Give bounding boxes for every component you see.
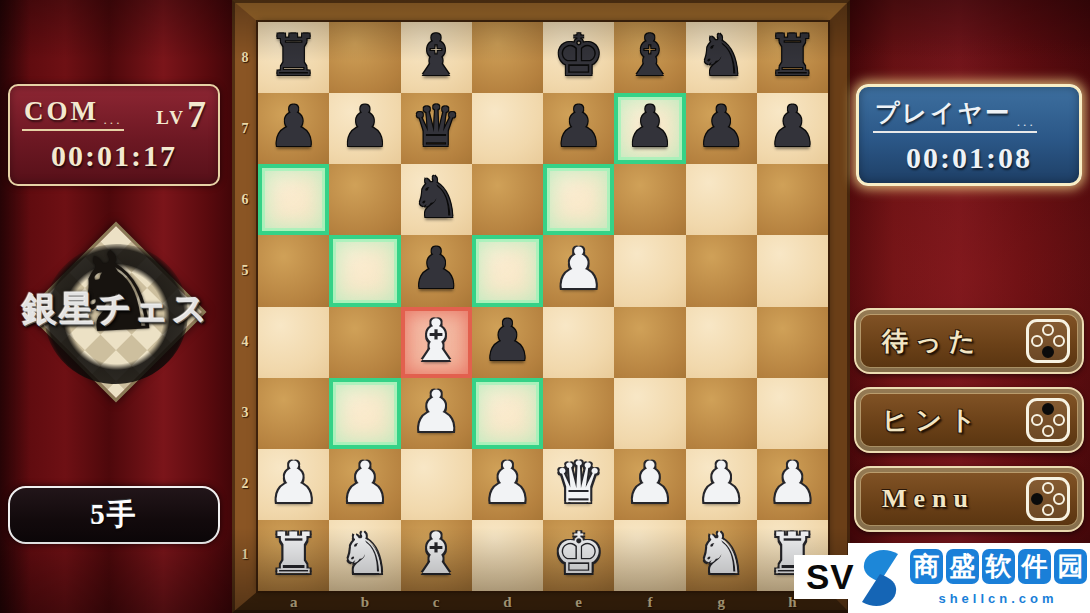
player-info-panel: プレイヤー ··· 00:01:08 (856, 84, 1082, 186)
com-info-panel: COM ··· LV 7 00:01:17 (8, 84, 220, 186)
board-grid: ♜♝♚♝♞♜♟♟♛♟♟♟♟♞♟♟♝♟♟♟♟♟♛♟♟♟♜♞♝♚♞♜ (258, 22, 828, 591)
com-clock: 00:01:17 (22, 139, 206, 173)
piece-black-pawn[interactable]: ♟ (339, 98, 390, 155)
piece-black-knight[interactable]: ♞ (696, 27, 747, 84)
player-clock: 00:01:08 (873, 141, 1065, 175)
rank-labels: 87654321 (232, 22, 258, 591)
gamepad-dot-top (1042, 324, 1054, 336)
square-a5[interactable] (258, 235, 329, 306)
watermark-site-domain: shellcn.com (908, 591, 1088, 606)
takeback-button[interactable]: 待った (854, 308, 1084, 374)
player-name: プレイヤー (875, 97, 1012, 129)
square-a3[interactable] (258, 378, 329, 449)
rank-label: 3 (232, 378, 258, 449)
button-label: Menu (882, 484, 975, 514)
square-c2[interactable] (401, 449, 472, 520)
file-label: f (614, 591, 685, 613)
square-c1[interactable]: ♝ (401, 520, 472, 591)
com-name: COM (24, 96, 99, 127)
watermark-seal-char: 件 (1018, 549, 1051, 584)
square-b8[interactable] (329, 22, 400, 93)
square-g6[interactable] (686, 164, 757, 235)
gamepad-dot-top (1042, 482, 1054, 494)
square-d4[interactable]: ♟ (472, 307, 543, 378)
square-g3[interactable] (686, 378, 757, 449)
square-d2[interactable]: ♟ (472, 449, 543, 520)
square-g1[interactable]: ♞ (686, 520, 757, 591)
watermark-seal-char: 商 (910, 549, 943, 584)
rank-label: 1 (232, 520, 258, 591)
menu-button[interactable]: Menu (854, 466, 1084, 532)
piece-black-pawn[interactable]: ♟ (268, 98, 319, 155)
square-f3[interactable] (614, 378, 685, 449)
piece-white-rook[interactable]: ♜ (268, 525, 319, 582)
file-label: d (472, 591, 543, 613)
file-label: g (686, 591, 757, 613)
square-d5[interactable] (472, 235, 543, 306)
square-c7[interactable]: ♛ (401, 93, 472, 164)
gamepad-dot-bottom (1042, 346, 1054, 358)
button-label: 待った (882, 324, 982, 359)
com-level-label: LV (156, 107, 185, 129)
watermark-seal-char: 园 (1054, 549, 1087, 584)
game-screen: COM ··· LV 7 00:01:17 ♞ 銀星チェス 5手 8765432… (0, 0, 1090, 613)
rank-label: 5 (232, 235, 258, 306)
square-b2[interactable]: ♟ (329, 449, 400, 520)
square-f6[interactable] (614, 164, 685, 235)
watermark-corner-text: SV (794, 557, 855, 597)
piece-black-pawn[interactable]: ♟ (624, 98, 675, 155)
piece-black-pawn[interactable]: ♟ (482, 312, 533, 369)
square-c5[interactable]: ♟ (401, 235, 472, 306)
square-h6[interactable] (757, 164, 828, 235)
gamepad-face-button-top-icon (1026, 398, 1070, 442)
square-a1[interactable]: ♜ (258, 520, 329, 591)
square-g4[interactable] (686, 307, 757, 378)
square-g2[interactable]: ♟ (686, 449, 757, 520)
square-e6[interactable] (543, 164, 614, 235)
square-d6[interactable] (472, 164, 543, 235)
square-g8[interactable]: ♞ (686, 22, 757, 93)
square-c4[interactable]: ♝ (401, 307, 472, 378)
square-f5[interactable] (614, 235, 685, 306)
square-e1[interactable]: ♚ (543, 520, 614, 591)
move-counter: 5手 (90, 495, 138, 535)
gamepad-dot-right (1053, 493, 1065, 505)
piece-white-pawn[interactable]: ♟ (624, 454, 675, 511)
shengsheng-s-logo-icon (854, 545, 906, 611)
square-h4[interactable] (757, 307, 828, 378)
piece-white-pawn[interactable]: ♟ (696, 454, 747, 511)
square-d7[interactable] (472, 93, 543, 164)
underline-dots: ··· (103, 115, 122, 131)
file-label: a (258, 591, 329, 613)
gamepad-dot-bottom (1042, 504, 1054, 516)
piece-black-pawn[interactable]: ♟ (553, 98, 604, 155)
square-e5[interactable]: ♟ (543, 235, 614, 306)
square-c8[interactable]: ♝ (401, 22, 472, 93)
piece-black-king[interactable]: ♚ (553, 27, 604, 84)
piece-white-bishop[interactable]: ♝ (411, 525, 462, 582)
rank-label: 4 (232, 307, 258, 378)
button-label: ヒント (882, 403, 983, 438)
square-a7[interactable]: ♟ (258, 93, 329, 164)
square-d3[interactable] (472, 378, 543, 449)
square-e8[interactable]: ♚ (543, 22, 614, 93)
move-counter-panel: 5手 (8, 486, 220, 544)
gamepad-face-button-bottom-icon (1026, 319, 1070, 363)
file-labels: abcdefgh (258, 591, 828, 613)
gamepad-dot-top (1042, 403, 1054, 415)
gamepad-dot-left (1031, 414, 1043, 426)
square-e2[interactable]: ♛ (543, 449, 614, 520)
square-a2[interactable]: ♟ (258, 449, 329, 520)
square-h7[interactable]: ♟ (757, 93, 828, 164)
square-e4[interactable] (543, 307, 614, 378)
square-a4[interactable] (258, 307, 329, 378)
piece-white-pawn[interactable]: ♟ (767, 454, 818, 511)
piece-black-rook[interactable]: ♜ (767, 27, 818, 84)
piece-black-bishop[interactable]: ♝ (411, 27, 462, 84)
file-label: e (543, 591, 614, 613)
piece-white-pawn[interactable]: ♟ (268, 454, 319, 511)
square-b3[interactable] (329, 378, 400, 449)
square-e3[interactable] (543, 378, 614, 449)
com-level-value: 7 (187, 99, 206, 129)
piece-black-pawn[interactable]: ♟ (696, 98, 747, 155)
square-b7[interactable]: ♟ (329, 93, 400, 164)
square-d8[interactable] (472, 22, 543, 93)
gamepad-dot-left (1031, 335, 1043, 347)
rank-label: 6 (232, 164, 258, 235)
piece-black-queen[interactable]: ♛ (411, 98, 462, 155)
piece-white-bishop[interactable]: ♝ (411, 312, 462, 369)
gamepad-dot-bottom (1042, 425, 1054, 437)
gamepad-dot-left (1031, 493, 1043, 505)
square-f4[interactable] (614, 307, 685, 378)
square-e7[interactable]: ♟ (543, 93, 614, 164)
game-logo: ♞ 銀星チェス (0, 228, 232, 406)
piece-black-pawn[interactable]: ♟ (767, 98, 818, 155)
rank-label: 2 (232, 449, 258, 520)
gamepad-face-button-left-icon (1026, 477, 1070, 521)
piece-white-pawn[interactable]: ♟ (411, 383, 462, 440)
square-a6[interactable] (258, 164, 329, 235)
square-g7[interactable]: ♟ (686, 93, 757, 164)
underline-dots: ··· (1016, 117, 1035, 133)
square-d1[interactable] (472, 520, 543, 591)
square-a8[interactable]: ♜ (258, 22, 329, 93)
square-b6[interactable] (329, 164, 400, 235)
side-button-column: 待ったヒントMenu (854, 308, 1084, 532)
piece-white-pawn[interactable]: ♟ (482, 454, 533, 511)
logo-title: 銀星チェス (2, 286, 230, 333)
square-c6[interactable]: ♞ (401, 164, 472, 235)
square-f2[interactable]: ♟ (614, 449, 685, 520)
square-h2[interactable]: ♟ (757, 449, 828, 520)
piece-white-pawn[interactable]: ♟ (339, 454, 390, 511)
chess-board: 87654321 abcdefgh ♜♝♚♝♞♜♟♟♛♟♟♟♟♞♟♟♝♟♟♟♟♟… (232, 0, 850, 613)
hint-button[interactable]: ヒント (854, 387, 1084, 453)
piece-white-knight[interactable]: ♞ (339, 525, 390, 582)
file-label: b (329, 591, 400, 613)
watermark-site-name: 商盛软件园 (910, 549, 1087, 584)
watermark-seal-char: 盛 (946, 549, 979, 584)
piece-white-king[interactable]: ♚ (553, 525, 604, 582)
square-b1[interactable]: ♞ (329, 520, 400, 591)
square-c3[interactable]: ♟ (401, 378, 472, 449)
rank-label: 8 (232, 22, 258, 93)
watermark: SV 商盛软件园 shellcn.com (790, 543, 1090, 613)
piece-white-knight[interactable]: ♞ (696, 525, 747, 582)
piece-black-knight[interactable]: ♞ (411, 169, 462, 226)
square-h8[interactable]: ♜ (757, 22, 828, 93)
square-g5[interactable] (686, 235, 757, 306)
piece-black-pawn[interactable]: ♟ (411, 240, 462, 297)
square-b4[interactable] (329, 307, 400, 378)
square-f1[interactable] (614, 520, 685, 591)
square-b5[interactable] (329, 235, 400, 306)
piece-black-bishop[interactable]: ♝ (624, 27, 675, 84)
square-h3[interactable] (757, 378, 828, 449)
file-label: c (401, 591, 472, 613)
watermark-seal-char: 软 (982, 549, 1015, 584)
piece-white-queen[interactable]: ♛ (553, 454, 604, 511)
square-f8[interactable]: ♝ (614, 22, 685, 93)
gamepad-dot-right (1053, 335, 1065, 347)
square-f7[interactable]: ♟ (614, 93, 685, 164)
gamepad-dot-right (1053, 414, 1065, 426)
piece-black-rook[interactable]: ♜ (268, 27, 319, 84)
square-h5[interactable] (757, 235, 828, 306)
rank-label: 7 (232, 93, 258, 164)
piece-white-pawn[interactable]: ♟ (553, 240, 604, 297)
